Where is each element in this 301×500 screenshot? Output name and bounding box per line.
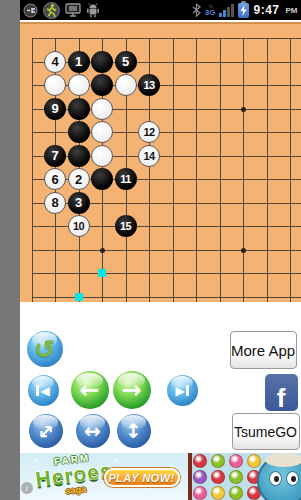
grid-line [32,38,33,302]
status-icons-right: ↑↓ 3G 9:47 PM [192,3,298,18]
arrow-left-icon: ← [79,378,99,402]
grid-line [196,38,197,302]
fruit-grid [193,454,264,500]
signal-strength-icon [219,4,234,17]
vertical-arrows-icon: ↕ [125,421,142,441]
stone-black-1: 1 [68,51,90,73]
grid-line [32,273,301,274]
diagonal-arrows-icon: ↔ [32,418,58,444]
ad-fruit [211,486,225,500]
ad-fruit [193,470,207,484]
stone-white [91,145,113,167]
stone-black [68,121,90,143]
ad-fruit [211,470,225,484]
next-move-button[interactable]: → [113,371,151,409]
mobile-data-3g-icon: ↑↓ 3G [205,3,216,17]
ad-fruit [193,454,207,468]
stone-white [44,74,66,96]
grid-line [220,38,221,302]
tree-trunk-decoration [188,453,192,500]
stone-white [91,121,113,143]
grid-line [32,297,301,298]
go-board[interactable]: 415139127146211831015 [20,22,301,302]
last-move-button[interactable]: ▶ [167,375,198,406]
stone-black-9: 9 [44,98,66,120]
screen-share-icon [65,3,81,17]
stone-white [115,74,137,96]
stone-black [91,74,113,96]
arrow-right-icon: → [121,378,141,402]
stone-black [68,98,90,120]
cyan-move-marker [98,269,106,277]
star-point [241,107,246,112]
clock-time: 9:47 [253,3,279,17]
stone-white-8: 8 [44,192,66,214]
flip-horizontal-button[interactable]: ↔ [76,414,110,448]
stone-white-14: 14 [138,145,160,167]
more-app-label: More App [231,342,295,359]
tsumego-label: TsumeGO [234,424,297,440]
stone-black [91,168,113,190]
battery-charging-icon [238,3,249,18]
control-panel: ↺ More App ◀ ← → ▶ f ↔ [20,302,301,453]
tsumego-button[interactable]: TsumeGO [232,413,300,450]
status-icons-left [23,2,100,19]
stone-black-13: 13 [138,74,160,96]
grid-line [32,38,301,39]
ad-fruit [247,454,261,468]
grid-line [290,38,291,302]
power-plug-icon [23,3,38,18]
facebook-button[interactable]: f [265,374,298,411]
ad-game-preview [188,453,301,500]
grid-line [267,38,268,302]
clock-period: PM [286,6,298,15]
horizontal-arrows-icon: ↔ [84,421,101,441]
skip-to-end-icon: ▶ [175,385,188,397]
stone-white-10: 10 [68,215,90,237]
facebook-f-icon: f [277,383,286,411]
more-app-button[interactable]: More App [230,331,297,369]
ad-fruit [229,470,243,484]
star-point [100,248,105,253]
character-eye [269,471,282,486]
ad-info-icon[interactable]: i [21,482,33,494]
stone-black-11: 11 [115,168,137,190]
ad-fruit [193,486,207,500]
undo-button[interactable]: ↺ [27,331,63,367]
skip-to-start-icon: ◀ [36,385,49,397]
cyan-move-marker [75,293,83,301]
prev-move-button[interactable]: ← [71,371,109,409]
stone-black-5: 5 [115,51,137,73]
stone-black [68,145,90,167]
bluetooth-icon [192,3,201,17]
network-type-label: 3G [205,9,216,17]
star-point [241,248,246,253]
flip-vertical-button[interactable]: ↕ [117,414,151,448]
first-move-button[interactable]: ◀ [28,375,59,406]
stone-white-6: 6 [44,168,66,190]
stone-black-15: 15 [115,215,137,237]
stone-white [68,74,90,96]
undo-icon: ↺ [34,337,55,362]
stone-white-4: 4 [44,51,66,73]
ad-fruit [229,454,243,468]
ad-banner[interactable]: FARM Heroes saga PLAY NOW! i [20,453,301,500]
grid-line [243,38,244,302]
stone-white-2: 2 [68,168,90,190]
stone-white-12: 12 [138,121,160,143]
flip-diagonal-button[interactable]: ↔ [29,414,63,448]
activity-tracker-icon [43,2,60,19]
stone-white [91,98,113,120]
stone-black [91,51,113,73]
character-eye [286,471,299,486]
stone-black-7: 7 [44,145,66,167]
grid-line [173,38,174,302]
stone-black-3: 3 [68,192,90,214]
status-bar: ↑↓ 3G 9:47 PM [20,0,301,20]
ad-fruit [211,454,225,468]
app-screen: ↑↓ 3G 9:47 PM 415139127146211831015 ↺ Mo… [20,0,301,500]
grid-line [32,250,301,251]
ad-fruit [229,486,243,500]
android-debug-icon [86,3,100,18]
play-now-button[interactable]: PLAY NOW! [104,468,180,487]
character-hat [265,453,301,467]
